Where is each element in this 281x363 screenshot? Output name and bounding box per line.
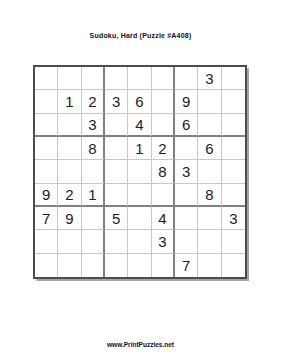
cell-r2c8-empty [198, 90, 221, 113]
puzzle-title: Sudoku, Hard (Puzzle #A408) [0, 32, 281, 39]
cell-r7c7-empty [175, 207, 198, 230]
cell-r5c6-given: 8 [152, 160, 175, 183]
cell-r6c7-empty [175, 184, 198, 207]
cell-r7c9-given: 3 [222, 207, 245, 230]
cell-r9c7-given: 7 [175, 254, 198, 277]
cell-r9c8-empty [198, 254, 221, 277]
cell-r5c5-empty [128, 160, 151, 183]
cell-r3c3-given: 3 [82, 114, 105, 137]
cell-r7c2-given: 9 [58, 207, 81, 230]
cell-r2c5-given: 6 [128, 90, 151, 113]
cell-r4c6-given: 2 [152, 137, 175, 160]
cell-r2c3-given: 2 [82, 90, 105, 113]
cell-r7c1-given: 7 [35, 207, 58, 230]
cell-r3c1-empty [35, 114, 58, 137]
cell-r2c2-given: 1 [58, 90, 81, 113]
cell-r2c6-empty [152, 90, 175, 113]
cell-r4c9-empty [222, 137, 245, 160]
cell-r5c2-empty [58, 160, 81, 183]
cell-r5c9-empty [222, 160, 245, 183]
cell-r7c3-empty [82, 207, 105, 230]
cell-r2c4-given: 3 [105, 90, 128, 113]
cell-r4c4-empty [105, 137, 128, 160]
cell-r9c9-empty [222, 254, 245, 277]
cell-r8c1-empty [35, 230, 58, 253]
cell-r8c3-empty [82, 230, 105, 253]
cell-r7c8-empty [198, 207, 221, 230]
cell-r1c6-empty [152, 67, 175, 90]
cell-r5c1-empty [35, 160, 58, 183]
sudoku-board: 31236934681268392187954337 [33, 65, 247, 279]
cell-r4c2-empty [58, 137, 81, 160]
cell-r5c3-empty [82, 160, 105, 183]
cell-r6c5-empty [128, 184, 151, 207]
cell-r6c4-empty [105, 184, 128, 207]
cell-r9c1-empty [35, 254, 58, 277]
cell-r8c6-given: 3 [152, 230, 175, 253]
cell-r9c5-empty [128, 254, 151, 277]
cell-r7c5-empty [128, 207, 151, 230]
cell-r8c2-empty [58, 230, 81, 253]
cell-r5c7-given: 3 [175, 160, 198, 183]
cell-r1c7-empty [175, 67, 198, 90]
cell-r8c5-empty [128, 230, 151, 253]
cell-r7c6-given: 4 [152, 207, 175, 230]
cell-r6c6-empty [152, 184, 175, 207]
cell-r1c3-empty [82, 67, 105, 90]
cell-r6c8-given: 8 [198, 184, 221, 207]
cell-r2c7-given: 9 [175, 90, 198, 113]
cell-r4c3-given: 8 [82, 137, 105, 160]
cell-r9c4-empty [105, 254, 128, 277]
cell-r6c2-given: 2 [58, 184, 81, 207]
cell-r8c7-empty [175, 230, 198, 253]
cell-r7c4-given: 5 [105, 207, 128, 230]
cell-r9c3-empty [82, 254, 105, 277]
cell-r5c4-empty [105, 160, 128, 183]
cell-r3c9-empty [222, 114, 245, 137]
cell-r6c9-empty [222, 184, 245, 207]
cell-r1c2-empty [58, 67, 81, 90]
cell-r4c5-given: 1 [128, 137, 151, 160]
cell-r3c4-empty [105, 114, 128, 137]
cell-r3c2-empty [58, 114, 81, 137]
cell-r1c4-empty [105, 67, 128, 90]
cell-r2c1-empty [35, 90, 58, 113]
cell-r8c9-empty [222, 230, 245, 253]
cell-r3c7-given: 6 [175, 114, 198, 137]
cell-r4c8-given: 6 [198, 137, 221, 160]
cell-r4c7-empty [175, 137, 198, 160]
cell-r1c9-empty [222, 67, 245, 90]
cell-r5c8-empty [198, 160, 221, 183]
cell-r4c1-empty [35, 137, 58, 160]
cell-r3c6-empty [152, 114, 175, 137]
cell-r1c8-given: 3 [198, 67, 221, 90]
cell-r8c8-empty [198, 230, 221, 253]
cell-r6c1-given: 9 [35, 184, 58, 207]
cell-r6c3-given: 1 [82, 184, 105, 207]
cell-r9c2-empty [58, 254, 81, 277]
cell-r3c8-empty [198, 114, 221, 137]
footer-url: www.PrintPuzzles.net [0, 341, 281, 348]
cell-r1c5-empty [128, 67, 151, 90]
cell-r1c1-empty [35, 67, 58, 90]
cell-r8c4-empty [105, 230, 128, 253]
cell-r3c5-given: 4 [128, 114, 151, 137]
cell-r9c6-empty [152, 254, 175, 277]
cell-r2c9-empty [222, 90, 245, 113]
